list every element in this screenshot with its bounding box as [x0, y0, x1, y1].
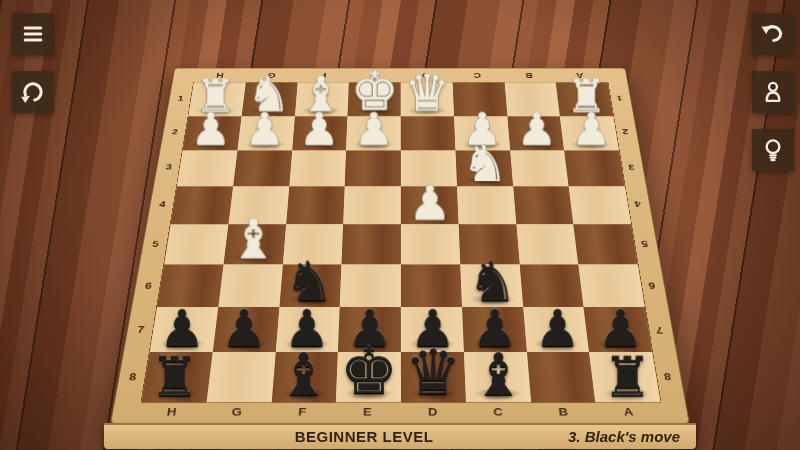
square-d3[interactable] — [401, 150, 457, 186]
square-a1[interactable]: ♜ — [556, 82, 613, 116]
square-b1[interactable] — [504, 82, 560, 116]
piece-shadow — [196, 106, 236, 114]
square-e3[interactable] — [345, 150, 401, 186]
square-d7[interactable]: ♟ — [401, 307, 464, 352]
square-d8[interactable]: ♛ — [401, 352, 466, 402]
piece-shadow — [516, 140, 557, 149]
piece-shadow — [566, 106, 606, 114]
square-g6[interactable] — [218, 264, 282, 307]
square-d6[interactable] — [401, 264, 462, 307]
square-h1[interactable]: ♜ — [188, 82, 245, 116]
square-b2[interactable]: ♟ — [507, 116, 564, 150]
file-label-c: C — [451, 70, 503, 81]
chess-board[interactable]: ♜♞♝♚♛♜♟♟♟♟♟♟♟♞♟♝♞♞♟♟♟♟♟♟♟♟♜♝♚♛♝♜ HGFEDCB… — [110, 68, 690, 424]
square-g2[interactable]: ♟ — [237, 116, 294, 150]
square-d1[interactable]: ♛ — [401, 82, 454, 116]
file-label-h: H — [193, 70, 246, 81]
piece-shadow — [409, 213, 451, 223]
square-e2[interactable]: ♟ — [346, 116, 401, 150]
piece-shadow — [280, 388, 328, 400]
piece-shadow — [284, 338, 330, 349]
square-g4[interactable] — [228, 186, 289, 224]
square-d2[interactable] — [401, 116, 456, 150]
square-f7[interactable]: ♟ — [275, 307, 340, 352]
piece-shadow — [190, 140, 231, 149]
square-h6[interactable] — [157, 264, 223, 307]
piece-shadow — [355, 106, 394, 114]
square-g7[interactable]: ♟ — [213, 307, 279, 352]
square-h8[interactable]: ♜ — [142, 352, 213, 402]
file-label-f: F — [269, 403, 335, 421]
square-g5[interactable]: ♝ — [223, 224, 285, 264]
piece-shadow — [410, 388, 457, 400]
square-c6[interactable]: ♞ — [460, 264, 523, 307]
square-e1[interactable]: ♚ — [348, 82, 401, 116]
square-b4[interactable] — [513, 186, 574, 224]
square-a5[interactable] — [574, 224, 638, 264]
file-label-a: A — [554, 70, 607, 81]
file-label-a: A — [595, 403, 663, 421]
piece-shadow — [354, 140, 394, 149]
piece-shadow — [464, 175, 505, 184]
square-e5[interactable] — [342, 224, 401, 264]
square-c8[interactable]: ♝ — [464, 352, 531, 402]
square-d5[interactable] — [401, 224, 460, 264]
piece-shadow — [249, 106, 288, 114]
square-h3[interactable] — [177, 150, 237, 186]
piece-shadow — [602, 388, 651, 400]
square-b5[interactable] — [516, 224, 579, 264]
file-label-g: G — [245, 70, 298, 81]
piece-shadow — [299, 140, 339, 149]
level-label: BEGINNER LEVEL — [254, 428, 474, 445]
square-a2[interactable]: ♟ — [560, 116, 619, 150]
square-a4[interactable] — [569, 186, 631, 224]
square-f5[interactable] — [283, 224, 344, 264]
square-c5[interactable] — [458, 224, 519, 264]
square-a8[interactable]: ♜ — [589, 352, 660, 402]
square-c1[interactable] — [453, 82, 508, 116]
piece-shadow — [287, 294, 332, 305]
move-status: 3. Black's move — [534, 428, 714, 445]
board-grid: ♜♞♝♚♛♜♟♟♟♟♟♟♟♞♟♝♞♞♟♟♟♟♟♟♟♟♜♝♚♛♝♜ — [140, 82, 661, 403]
square-g8[interactable] — [206, 352, 275, 402]
square-c7[interactable]: ♟ — [462, 307, 527, 352]
square-e4[interactable] — [343, 186, 401, 224]
square-a7[interactable]: ♟ — [584, 307, 652, 352]
file-label-e: E — [334, 403, 400, 421]
piece-shadow — [221, 338, 268, 349]
square-e6[interactable] — [340, 264, 401, 307]
square-g1[interactable]: ♞ — [241, 82, 297, 116]
piece-shadow — [596, 338, 643, 349]
square-g3[interactable] — [233, 150, 292, 186]
piece-shadow — [347, 338, 393, 349]
square-b6[interactable] — [519, 264, 583, 307]
board-front-face: BEGINNER LEVEL 3. Black's move — [104, 423, 696, 449]
square-f2[interactable]: ♟ — [292, 116, 348, 150]
file-label-b: B — [530, 403, 597, 421]
file-label-f: F — [297, 70, 349, 81]
piece-shadow — [151, 388, 200, 400]
square-b7[interactable]: ♟ — [523, 307, 590, 352]
chess-app-screen: { "game": "chess", "app": { "level_label… — [0, 0, 800, 450]
square-b3[interactable] — [510, 150, 569, 186]
square-e8[interactable]: ♚ — [336, 352, 401, 402]
black-rook: ♜ — [603, 351, 652, 403]
file-label-h: H — [138, 403, 206, 421]
file-labels-top: HGFEDCBA — [193, 70, 606, 81]
square-f8[interactable]: ♝ — [271, 352, 338, 402]
square-f6[interactable]: ♞ — [279, 264, 342, 307]
piece-shadow — [409, 338, 455, 349]
file-label-c: C — [465, 403, 531, 421]
piece-shadow — [474, 388, 522, 400]
piece-shadow — [232, 252, 276, 262]
square-c4[interactable] — [457, 186, 516, 224]
file-label-b: B — [502, 70, 555, 81]
piece-shadow — [469, 294, 514, 305]
square-a3[interactable] — [564, 150, 624, 186]
board-scene: ♜♞♝♚♛♜♟♟♟♟♟♟♟♞♟♝♞♞♟♟♟♟♟♟♟♟♜♝♚♛♝♜ HGFEDCB… — [0, 0, 800, 450]
square-f4[interactable] — [286, 186, 345, 224]
piece-shadow — [159, 338, 206, 349]
piece-shadow — [472, 338, 518, 349]
square-c3[interactable]: ♞ — [455, 150, 512, 186]
square-a6[interactable] — [578, 264, 644, 307]
file-label-d: D — [400, 403, 466, 421]
file-label-g: G — [203, 403, 270, 421]
piece-shadow — [345, 388, 392, 400]
square-h5[interactable] — [164, 224, 228, 264]
square-e7[interactable]: ♟ — [338, 307, 401, 352]
file-labels-bottom: HGFEDCBA — [138, 403, 663, 421]
piece-shadow — [302, 106, 341, 114]
square-h7[interactable]: ♟ — [150, 307, 218, 352]
square-f1[interactable]: ♝ — [295, 82, 349, 116]
file-label-e: E — [348, 70, 400, 81]
black-queen: ♛ — [405, 343, 461, 403]
piece-shadow — [462, 140, 502, 149]
square-c2[interactable]: ♟ — [454, 116, 510, 150]
piece-shadow — [570, 140, 611, 149]
file-label-d: D — [400, 70, 452, 81]
square-b8[interactable] — [527, 352, 596, 402]
square-f3[interactable] — [289, 150, 346, 186]
square-h4[interactable] — [171, 186, 233, 224]
piece-shadow — [245, 140, 285, 149]
square-d4[interactable]: ♟ — [401, 186, 459, 224]
black-rook: ♜ — [150, 351, 199, 403]
piece-shadow — [408, 106, 447, 114]
piece-shadow — [534, 338, 581, 349]
square-h2[interactable]: ♟ — [183, 116, 242, 150]
